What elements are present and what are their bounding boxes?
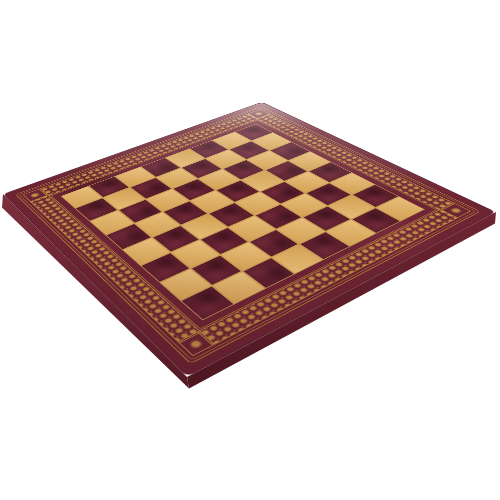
photo-background: [0, 0, 500, 500]
